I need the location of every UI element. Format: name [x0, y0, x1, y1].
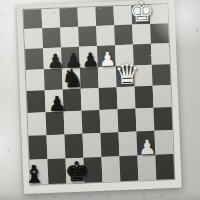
file-label: d	[89, 194, 92, 199]
file-label: e	[107, 194, 110, 199]
square-b8[interactable]	[41, 9, 60, 29]
square-e3[interactable]	[100, 109, 119, 133]
file-label: h	[160, 194, 163, 199]
square-g8[interactable]: ♚	[131, 5, 150, 25]
square-e1[interactable]	[101, 156, 120, 182]
rank-label: 3	[1, 123, 4, 128]
square-e6[interactable]: ♟	[97, 45, 116, 67]
rank-label: 5	[1, 79, 4, 84]
square-g3[interactable]	[136, 108, 155, 132]
square-b2[interactable]	[47, 134, 66, 159]
square-b6[interactable]: ♟	[43, 47, 62, 69]
rank-label: 7	[1, 35, 4, 40]
file-label: f	[125, 194, 127, 199]
square-h2[interactable]	[154, 130, 173, 155]
square-a5[interactable]	[26, 69, 45, 91]
square-f1[interactable]	[119, 156, 138, 182]
square-c8[interactable]	[59, 8, 78, 28]
rank-label: 1	[1, 167, 4, 172]
black-knight[interactable]: ♞	[61, 66, 84, 92]
square-h8[interactable]	[149, 4, 168, 24]
square-e7[interactable]	[96, 25, 115, 46]
file-label: g	[142, 194, 145, 199]
rank-label: 4	[1, 101, 4, 106]
black-pawn[interactable]: ♟	[48, 93, 67, 114]
square-d3[interactable]	[82, 110, 101, 134]
file-labels: abcdefgh	[27, 194, 171, 199]
file-label: c	[71, 194, 73, 199]
square-b7[interactable]	[42, 28, 61, 49]
square-h1[interactable]: ♣♣♣♣	[155, 154, 174, 180]
square-f2[interactable]	[118, 132, 137, 157]
square-d7[interactable]	[78, 26, 97, 47]
square-a1[interactable]: ♝	[29, 159, 48, 185]
black-king[interactable]: ♚	[64, 157, 89, 185]
rank-label: 6	[1, 57, 4, 62]
rank-label: 8	[1, 13, 4, 18]
square-d2[interactable]	[82, 133, 101, 158]
board-border: ♚♟♟♟♟♞♛♟♟♝♚♣♣♣♣	[16, 0, 181, 194]
square-b4[interactable]: ♟	[45, 89, 64, 112]
square-e2[interactable]	[100, 132, 119, 157]
black-pawn[interactable]: ♟	[82, 50, 100, 70]
white-pawn[interactable]: ♟	[138, 137, 157, 158]
square-h5[interactable]	[152, 64, 171, 86]
white-queen[interactable]: ♛	[114, 60, 140, 89]
square-h7[interactable]	[150, 23, 169, 44]
square-f5[interactable]: ♛	[116, 66, 135, 88]
square-d8[interactable]	[77, 7, 96, 27]
square-h6[interactable]	[151, 43, 170, 65]
square-c5[interactable]: ♞	[62, 68, 81, 90]
square-g2[interactable]: ♟	[136, 131, 155, 156]
rank-labels: 12345678	[1, 5, 4, 180]
square-h3[interactable]	[153, 107, 172, 131]
square-c1[interactable]: ♚	[65, 158, 84, 184]
square-c7[interactable]	[60, 27, 79, 48]
square-c2[interactable]	[64, 134, 83, 159]
brand-mark-icon: ©	[195, 28, 200, 34]
square-a6[interactable]	[25, 48, 44, 70]
square-a8[interactable]	[23, 9, 42, 29]
chess-board: ♚♟♟♟♟♞♛♟♟♝♚♣♣♣♣	[23, 4, 174, 185]
square-h4[interactable]	[153, 85, 172, 108]
square-a2[interactable]	[29, 135, 48, 160]
square-a7[interactable]	[24, 28, 43, 49]
club-ornament-icon: ♣♣♣♣	[160, 161, 170, 173]
white-king[interactable]: ♚	[129, 0, 155, 27]
square-f3[interactable]	[118, 109, 137, 133]
file-label: b	[53, 194, 56, 199]
file-label: a	[35, 194, 38, 199]
black-bishop[interactable]: ♝	[23, 162, 45, 187]
square-e8[interactable]	[95, 6, 114, 26]
photo-background: ♚♟♟♟♟♞♛♟♟♝♚♣♣♣♣ abcdefgh 12345678 ©	[0, 0, 200, 200]
square-a3[interactable]	[28, 112, 47, 136]
dust-speckles	[0, 0, 1, 1]
rank-label: 2	[1, 145, 4, 150]
square-a4[interactable]	[27, 90, 46, 113]
